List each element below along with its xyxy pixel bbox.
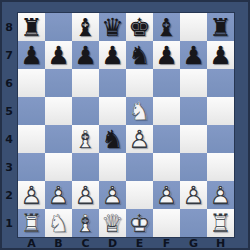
white-king[interactable]: ♚♔ (126, 209, 153, 237)
square-g3[interactable] (180, 153, 207, 181)
square-a2[interactable]: ♟♙ (18, 181, 45, 209)
square-c4[interactable]: ♝♗ (72, 125, 99, 153)
square-g6[interactable] (180, 69, 207, 97)
square-c6[interactable] (72, 69, 99, 97)
white-rook[interactable]: ♜♖ (18, 209, 45, 237)
square-f3[interactable] (153, 153, 180, 181)
black-rook[interactable]: ♜ (207, 13, 234, 41)
square-d4[interactable]: ♞ (99, 125, 126, 153)
rank-label-4: 4 (0, 125, 18, 153)
white-pawn[interactable]: ♟♙ (99, 181, 126, 209)
square-h8[interactable]: ♜ (207, 13, 234, 41)
file-labels: A B C D E F G H (18, 237, 234, 250)
square-d8[interactable]: ♛ (99, 13, 126, 41)
file-label-e: E (126, 237, 153, 250)
square-g7[interactable]: ♟ (180, 41, 207, 69)
white-rook[interactable]: ♜♖ (207, 209, 234, 237)
square-f8[interactable]: ♝ (153, 13, 180, 41)
square-f7[interactable]: ♟ (153, 41, 180, 69)
white-bishop[interactable]: ♝♗ (72, 125, 99, 153)
square-b5[interactable] (45, 97, 72, 125)
square-c5[interactable] (72, 97, 99, 125)
white-knight[interactable]: ♞♘ (126, 97, 153, 125)
black-knight[interactable]: ♞ (99, 125, 126, 153)
rank-labels: 8 7 6 5 4 3 2 1 (0, 13, 18, 237)
square-e4[interactable]: ♟♙ (126, 125, 153, 153)
square-d3[interactable] (99, 153, 126, 181)
white-queen[interactable]: ♛♕ (99, 209, 126, 237)
square-d2[interactable]: ♟♙ (99, 181, 126, 209)
white-knight[interactable]: ♞♘ (45, 209, 72, 237)
file-label-c: C (72, 237, 99, 250)
file-label-a: A (18, 237, 45, 250)
square-c8[interactable]: ♝ (72, 13, 99, 41)
file-label-f: F (153, 237, 180, 250)
chess-board: ♜♝♛♚♝♜♟♟♟♟♞♟♟♟♞♘♝♗♞♟♙♟♙♟♙♟♙♟♙♟♙♟♙♟♙♜♖♞♘♝… (18, 13, 234, 237)
square-g5[interactable] (180, 97, 207, 125)
black-bishop[interactable]: ♝ (72, 13, 99, 41)
square-g1[interactable] (180, 209, 207, 237)
black-queen[interactable]: ♛ (99, 13, 126, 41)
file-label-h: H (207, 237, 234, 250)
square-h4[interactable] (207, 125, 234, 153)
square-f6[interactable] (153, 69, 180, 97)
square-f1[interactable] (153, 209, 180, 237)
white-pawn[interactable]: ♟♙ (207, 181, 234, 209)
black-pawn[interactable]: ♟ (99, 41, 126, 69)
square-e6[interactable] (126, 69, 153, 97)
file-label-d: D (99, 237, 126, 250)
square-c1[interactable]: ♝♗ (72, 209, 99, 237)
black-pawn[interactable]: ♟ (18, 41, 45, 69)
rank-label-5: 5 (0, 97, 18, 125)
square-g8[interactable] (180, 13, 207, 41)
square-e5[interactable]: ♞♘ (126, 97, 153, 125)
white-bishop[interactable]: ♝♗ (72, 209, 99, 237)
square-h5[interactable] (207, 97, 234, 125)
rank-label-3: 3 (0, 153, 18, 181)
square-h7[interactable]: ♟ (207, 41, 234, 69)
white-pawn[interactable]: ♟♙ (180, 181, 207, 209)
square-b2[interactable]: ♟♙ (45, 181, 72, 209)
rank-label-8: 8 (0, 13, 18, 41)
black-knight[interactable]: ♞ (126, 41, 153, 69)
white-pawn[interactable]: ♟♙ (45, 181, 72, 209)
rank-label-2: 2 (0, 181, 18, 209)
rank-label-7: 7 (0, 41, 18, 69)
square-h3[interactable] (207, 153, 234, 181)
square-c7[interactable]: ♟ (72, 41, 99, 69)
white-pawn[interactable]: ♟♙ (72, 181, 99, 209)
chessboard-frame: 8 7 6 5 4 3 2 1 ♜♝♛♚♝♜♟♟♟♟♞♟♟♟♞♘♝♗♞♟♙♟♙♟… (0, 0, 250, 250)
square-a8[interactable]: ♜ (18, 13, 45, 41)
square-c3[interactable] (72, 153, 99, 181)
square-b3[interactable] (45, 153, 72, 181)
square-e3[interactable] (126, 153, 153, 181)
square-e1[interactable]: ♚♔ (126, 209, 153, 237)
square-b8[interactable] (45, 13, 72, 41)
black-rook[interactable]: ♜ (18, 13, 45, 41)
square-e8[interactable]: ♚ (126, 13, 153, 41)
square-h1[interactable]: ♜♖ (207, 209, 234, 237)
square-b1[interactable]: ♞♘ (45, 209, 72, 237)
square-b6[interactable] (45, 69, 72, 97)
square-e2[interactable] (126, 181, 153, 209)
square-h6[interactable] (207, 69, 234, 97)
square-h2[interactable]: ♟♙ (207, 181, 234, 209)
square-a1[interactable]: ♜♖ (18, 209, 45, 237)
square-d5[interactable] (99, 97, 126, 125)
square-a4[interactable] (18, 125, 45, 153)
square-g2[interactable]: ♟♙ (180, 181, 207, 209)
square-d6[interactable] (99, 69, 126, 97)
black-pawn[interactable]: ♟ (72, 41, 99, 69)
black-king[interactable]: ♚ (126, 13, 153, 41)
square-c2[interactable]: ♟♙ (72, 181, 99, 209)
black-pawn[interactable]: ♟ (180, 41, 207, 69)
square-f5[interactable] (153, 97, 180, 125)
square-d7[interactable]: ♟ (99, 41, 126, 69)
square-f2[interactable]: ♟♙ (153, 181, 180, 209)
rank-label-6: 6 (0, 69, 18, 97)
file-label-g: G (180, 237, 207, 250)
square-b7[interactable]: ♟ (45, 41, 72, 69)
square-g4[interactable] (180, 125, 207, 153)
black-pawn[interactable]: ♟ (207, 41, 234, 69)
square-e7[interactable]: ♞ (126, 41, 153, 69)
file-label-b: B (45, 237, 72, 250)
white-pawn[interactable]: ♟♙ (126, 125, 153, 153)
black-bishop[interactable]: ♝ (153, 13, 180, 41)
square-a7[interactable]: ♟ (18, 41, 45, 69)
square-d1[interactable]: ♛♕ (99, 209, 126, 237)
white-pawn[interactable]: ♟♙ (153, 181, 180, 209)
square-b4[interactable] (45, 125, 72, 153)
rank-label-1: 1 (0, 209, 18, 237)
square-a3[interactable] (18, 153, 45, 181)
square-a5[interactable] (18, 97, 45, 125)
white-pawn[interactable]: ♟♙ (18, 181, 45, 209)
black-pawn[interactable]: ♟ (153, 41, 180, 69)
square-f4[interactable] (153, 125, 180, 153)
square-a6[interactable] (18, 69, 45, 97)
black-pawn[interactable]: ♟ (45, 41, 72, 69)
